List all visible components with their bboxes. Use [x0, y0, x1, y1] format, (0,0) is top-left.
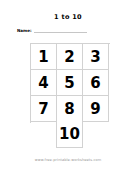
number-cell-5: 5: [57, 70, 83, 96]
number-cell-2: 2: [57, 44, 83, 70]
number-cell-3: 3: [83, 44, 109, 70]
number-cell-9: 9: [83, 96, 109, 122]
footer-watermark-url: www.free-printable-worksheets.com: [0, 158, 136, 162]
number-cell-1: 1: [31, 44, 57, 70]
name-row: Name:: [17, 27, 87, 33]
worksheet-page: 1 to 10 Name: 1 2 3 4 5 6 7 8 9 10 www.f…: [0, 0, 136, 176]
number-grid: 1 2 3 4 5 6 7 8 9: [30, 43, 110, 123]
number-cell-6: 6: [83, 70, 109, 96]
number-cell-7: 7: [31, 96, 57, 122]
page-title: 1 to 10: [0, 13, 136, 21]
number-cell-4: 4: [31, 70, 57, 96]
number-cell-10: 10: [56, 121, 83, 148]
name-blank-line: [34, 27, 87, 33]
name-label: Name:: [17, 28, 32, 33]
number-cell-8: 8: [57, 96, 83, 122]
